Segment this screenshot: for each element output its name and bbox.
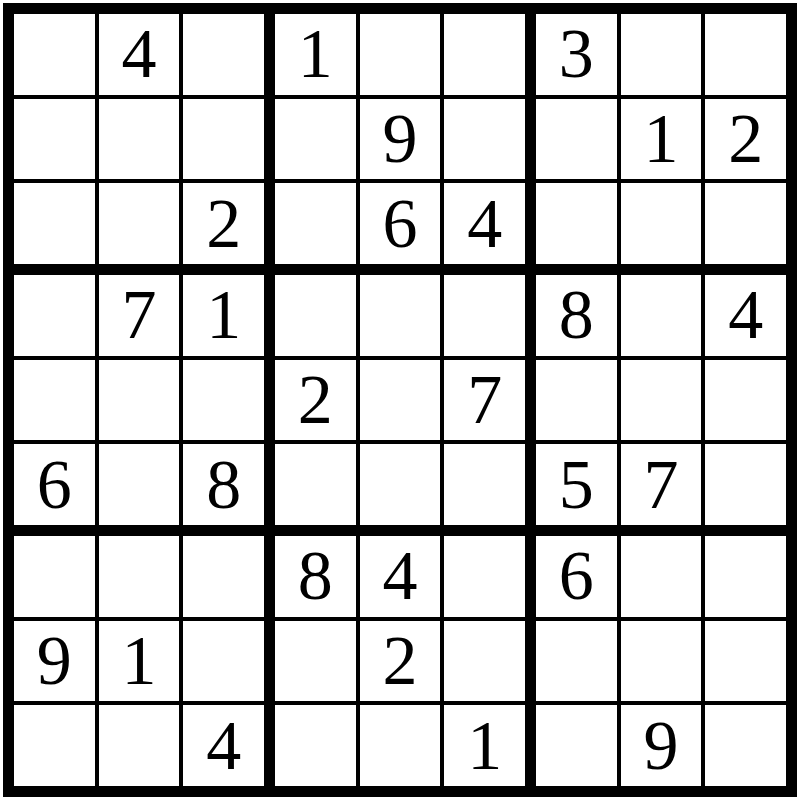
cell-r3c3[interactable]: 2: [183, 183, 264, 264]
cell-r4c9[interactable]: 4: [705, 275, 786, 356]
cell-r5c8[interactable]: [621, 360, 702, 441]
cell-r1c4[interactable]: 1: [275, 14, 356, 95]
box-middle-left: 7 1 6 8: [14, 275, 264, 525]
cell-r8c9[interactable]: [705, 621, 786, 702]
cell-r1c1[interactable]: [14, 14, 95, 95]
cell-r6c3[interactable]: 8: [183, 444, 264, 525]
cell-r9c8[interactable]: 9: [621, 705, 702, 786]
cell-r6c7[interactable]: 5: [536, 444, 617, 525]
cell-r7c5[interactable]: 4: [360, 536, 441, 617]
cell-r2c9[interactable]: 2: [705, 99, 786, 180]
cell-r3c4[interactable]: [275, 183, 356, 264]
cell-r6c8[interactable]: 7: [621, 444, 702, 525]
cell-r4c4[interactable]: [275, 275, 356, 356]
cell-r8c7[interactable]: [536, 621, 617, 702]
cell-r1c6[interactable]: [444, 14, 525, 95]
cell-r4c1[interactable]: [14, 275, 95, 356]
cell-r6c9[interactable]: [705, 444, 786, 525]
cell-r5c4[interactable]: 2: [275, 360, 356, 441]
box-bottom-right: 6 9: [536, 536, 786, 786]
cell-r6c2[interactable]: [99, 444, 180, 525]
cell-r9c7[interactable]: [536, 705, 617, 786]
cell-r1c7[interactable]: 3: [536, 14, 617, 95]
cell-r4c7[interactable]: 8: [536, 275, 617, 356]
cell-r7c1[interactable]: [14, 536, 95, 617]
cell-r7c3[interactable]: [183, 536, 264, 617]
sudoku-page: 4 2 1 9 6 4 3 1 2: [0, 0, 800, 800]
cell-r3c2[interactable]: [99, 183, 180, 264]
box-top-left: 4 2: [14, 14, 264, 264]
cell-r8c5[interactable]: 2: [360, 621, 441, 702]
cell-r5c5[interactable]: [360, 360, 441, 441]
cell-r1c5[interactable]: [360, 14, 441, 95]
cell-r7c7[interactable]: 6: [536, 536, 617, 617]
box-bottom-left: 9 1 4: [14, 536, 264, 786]
cell-r5c6[interactable]: 7: [444, 360, 525, 441]
cell-r5c3[interactable]: [183, 360, 264, 441]
box-top-middle: 1 9 6 4: [275, 14, 525, 264]
cell-r4c3[interactable]: 1: [183, 275, 264, 356]
cell-r2c6[interactable]: [444, 99, 525, 180]
box-top-right: 3 1 2: [536, 14, 786, 264]
cell-r5c2[interactable]: [99, 360, 180, 441]
cell-r7c9[interactable]: [705, 536, 786, 617]
cell-r6c1[interactable]: 6: [14, 444, 95, 525]
cell-r3c7[interactable]: [536, 183, 617, 264]
cell-r4c2[interactable]: 7: [99, 275, 180, 356]
cell-r3c8[interactable]: [621, 183, 702, 264]
cell-r9c4[interactable]: [275, 705, 356, 786]
cell-r2c7[interactable]: [536, 99, 617, 180]
cell-r9c6[interactable]: 1: [444, 705, 525, 786]
box-bottom-middle: 8 4 2 1: [275, 536, 525, 786]
cell-r2c4[interactable]: [275, 99, 356, 180]
cell-r7c8[interactable]: [621, 536, 702, 617]
cell-r9c3[interactable]: 4: [183, 705, 264, 786]
cell-r8c4[interactable]: [275, 621, 356, 702]
cell-r3c5[interactable]: 6: [360, 183, 441, 264]
cell-r3c9[interactable]: [705, 183, 786, 264]
cell-r6c5[interactable]: [360, 444, 441, 525]
cell-r2c1[interactable]: [14, 99, 95, 180]
cell-r4c6[interactable]: [444, 275, 525, 356]
cell-r2c8[interactable]: 1: [621, 99, 702, 180]
cell-r3c1[interactable]: [14, 183, 95, 264]
cell-r2c5[interactable]: 9: [360, 99, 441, 180]
sudoku-board: 4 2 1 9 6 4 3 1 2: [3, 3, 797, 797]
cell-r6c6[interactable]: [444, 444, 525, 525]
cell-r2c3[interactable]: [183, 99, 264, 180]
cell-r7c4[interactable]: 8: [275, 536, 356, 617]
box-center: 2 7: [275, 275, 525, 525]
cell-r3c6[interactable]: 4: [444, 183, 525, 264]
cell-r1c8[interactable]: [621, 14, 702, 95]
cell-r6c4[interactable]: [275, 444, 356, 525]
cell-r5c9[interactable]: [705, 360, 786, 441]
cell-r8c1[interactable]: 9: [14, 621, 95, 702]
cell-r4c5[interactable]: [360, 275, 441, 356]
cell-r7c6[interactable]: [444, 536, 525, 617]
cell-r9c5[interactable]: [360, 705, 441, 786]
cell-r5c1[interactable]: [14, 360, 95, 441]
cell-r9c9[interactable]: [705, 705, 786, 786]
cell-r8c6[interactable]: [444, 621, 525, 702]
cell-r2c2[interactable]: [99, 99, 180, 180]
cell-r8c2[interactable]: 1: [99, 621, 180, 702]
cell-r8c3[interactable]: [183, 621, 264, 702]
cell-r1c9[interactable]: [705, 14, 786, 95]
cell-r7c2[interactable]: [99, 536, 180, 617]
cell-r9c1[interactable]: [14, 705, 95, 786]
cell-r1c2[interactable]: 4: [99, 14, 180, 95]
box-middle-right: 8 4 5 7: [536, 275, 786, 525]
cell-r9c2[interactable]: [99, 705, 180, 786]
cell-r4c8[interactable]: [621, 275, 702, 356]
cell-r8c8[interactable]: [621, 621, 702, 702]
cell-r5c7[interactable]: [536, 360, 617, 441]
cell-r1c3[interactable]: [183, 14, 264, 95]
